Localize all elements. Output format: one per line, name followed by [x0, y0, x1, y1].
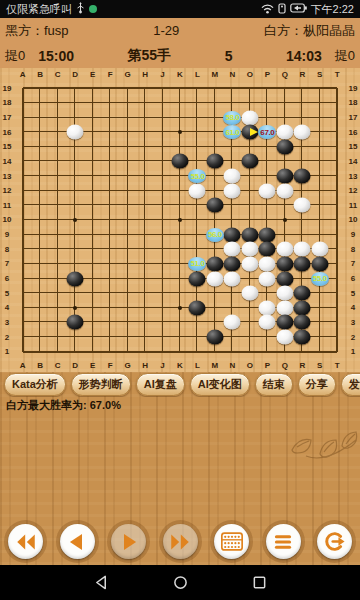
board-cell[interactable]	[119, 315, 136, 330]
board-cell[interactable]	[14, 257, 31, 272]
board-cell[interactable]	[101, 286, 118, 301]
board-cell[interactable]	[329, 242, 346, 257]
board-cell[interactable]	[206, 169, 223, 184]
board-cell[interactable]	[84, 227, 101, 242]
board-cell[interactable]	[154, 213, 171, 228]
board-cell[interactable]	[276, 198, 293, 213]
board-cell[interactable]	[311, 183, 328, 198]
board-cell[interactable]	[154, 330, 171, 345]
board-cell[interactable]	[66, 227, 83, 242]
board-cell[interactable]	[66, 315, 83, 330]
board-cell[interactable]	[49, 213, 66, 228]
board-cell[interactable]	[171, 213, 188, 228]
board-cell[interactable]	[171, 330, 188, 345]
board-cell[interactable]	[294, 110, 311, 125]
board-cell[interactable]	[31, 330, 48, 345]
board-cell[interactable]	[119, 169, 136, 184]
board-cell[interactable]	[276, 213, 293, 228]
board-cell[interactable]	[241, 213, 258, 228]
board-cell[interactable]	[49, 300, 66, 315]
board-cell[interactable]	[136, 110, 153, 125]
board-cell[interactable]	[294, 140, 311, 155]
board-cell[interactable]	[101, 183, 118, 198]
board-cell[interactable]	[154, 81, 171, 96]
board-cell[interactable]	[206, 271, 223, 286]
board-cell[interactable]	[224, 169, 241, 184]
board-cell[interactable]	[189, 213, 206, 228]
board-cell[interactable]	[329, 300, 346, 315]
board-cell[interactable]	[136, 213, 153, 228]
board-cell[interactable]	[119, 198, 136, 213]
board-cell[interactable]	[224, 81, 241, 96]
board-cell[interactable]	[329, 169, 346, 184]
board-cell[interactable]	[206, 81, 223, 96]
board-cell[interactable]	[101, 169, 118, 184]
board-cell[interactable]	[84, 198, 101, 213]
board-cell[interactable]	[154, 300, 171, 315]
board-cell[interactable]	[259, 154, 276, 169]
board-cell[interactable]	[84, 169, 101, 184]
board-cell[interactable]	[101, 271, 118, 286]
board-cell[interactable]	[294, 286, 311, 301]
board-cell[interactable]	[66, 242, 83, 257]
board-cell[interactable]	[311, 198, 328, 213]
board-cell[interactable]	[101, 154, 118, 169]
board-cell[interactable]	[66, 140, 83, 155]
board-cell[interactable]	[31, 96, 48, 111]
android-recents-button[interactable]	[252, 575, 267, 590]
board-cell[interactable]	[241, 110, 258, 125]
board-cell[interactable]	[224, 242, 241, 257]
board-cell[interactable]	[66, 96, 83, 111]
board-cell[interactable]	[259, 198, 276, 213]
board-cell[interactable]	[136, 154, 153, 169]
board-cell[interactable]	[189, 154, 206, 169]
board-cell[interactable]	[84, 96, 101, 111]
board-cell[interactable]	[206, 140, 223, 155]
board-cell[interactable]	[259, 300, 276, 315]
board-cell[interactable]	[189, 110, 206, 125]
board-cell[interactable]	[84, 140, 101, 155]
board-cell[interactable]	[154, 110, 171, 125]
board-cell[interactable]	[276, 110, 293, 125]
board-cell[interactable]	[189, 227, 206, 242]
board-cell[interactable]	[154, 140, 171, 155]
board-cell[interactable]	[224, 300, 241, 315]
board-cell[interactable]	[84, 242, 101, 257]
board-cell[interactable]	[189, 198, 206, 213]
board-cell[interactable]	[119, 183, 136, 198]
board-cell[interactable]	[224, 140, 241, 155]
board-cell[interactable]	[241, 96, 258, 111]
board-cell[interactable]	[101, 81, 118, 96]
board-cell[interactable]	[84, 81, 101, 96]
share-button[interactable]: 分享	[298, 373, 336, 396]
board-cell[interactable]	[171, 125, 188, 140]
board-cell[interactable]: 55.0	[189, 169, 206, 184]
board-cell[interactable]	[31, 344, 48, 359]
board-cell[interactable]	[241, 315, 258, 330]
board-cell[interactable]	[154, 183, 171, 198]
board-cell[interactable]	[84, 286, 101, 301]
board-cell[interactable]	[136, 242, 153, 257]
board-cell[interactable]	[136, 257, 153, 272]
fast-rewind-button[interactable]	[4, 520, 47, 563]
board-cell[interactable]	[49, 110, 66, 125]
board-cell[interactable]	[14, 242, 31, 257]
board-cell[interactable]	[14, 330, 31, 345]
board-cell[interactable]	[136, 96, 153, 111]
board-cell[interactable]	[224, 96, 241, 111]
board-cell[interactable]	[259, 96, 276, 111]
board-cell[interactable]	[31, 213, 48, 228]
board-cell[interactable]	[311, 96, 328, 111]
board-cell[interactable]	[276, 257, 293, 272]
board-cell[interactable]	[206, 110, 223, 125]
board-cell[interactable]	[31, 110, 48, 125]
board-cell[interactable]	[171, 286, 188, 301]
board-cell[interactable]	[154, 125, 171, 140]
board-cell[interactable]	[206, 286, 223, 301]
board-cell[interactable]	[136, 271, 153, 286]
board-cell[interactable]	[329, 183, 346, 198]
board-cell[interactable]	[224, 286, 241, 301]
board-cell[interactable]	[119, 96, 136, 111]
board-cell[interactable]	[224, 183, 241, 198]
board-cell[interactable]	[49, 198, 66, 213]
board-cell[interactable]	[49, 125, 66, 140]
board-cell[interactable]	[101, 110, 118, 125]
board-cell[interactable]	[66, 271, 83, 286]
board-cell[interactable]	[31, 81, 48, 96]
board-cell[interactable]	[66, 286, 83, 301]
board-cell[interactable]	[171, 154, 188, 169]
board-cell[interactable]	[66, 300, 83, 315]
board-cell[interactable]	[154, 96, 171, 111]
board-cell[interactable]	[276, 300, 293, 315]
board-cell[interactable]	[154, 257, 171, 272]
board-cell[interactable]	[259, 227, 276, 242]
board-cell[interactable]	[294, 183, 311, 198]
board-cell[interactable]	[119, 227, 136, 242]
board-cell[interactable]	[101, 96, 118, 111]
board-cell[interactable]	[206, 198, 223, 213]
board-cell[interactable]	[329, 257, 346, 272]
board-cell[interactable]	[329, 96, 346, 111]
board-cell[interactable]: 58.0	[224, 110, 241, 125]
board-cell[interactable]	[294, 344, 311, 359]
board-cell[interactable]	[259, 81, 276, 96]
board-cell[interactable]	[14, 198, 31, 213]
board-cell[interactable]	[31, 257, 48, 272]
board-cell[interactable]	[311, 154, 328, 169]
board-cell[interactable]	[311, 286, 328, 301]
board-cell[interactable]	[171, 271, 188, 286]
board-cell[interactable]	[311, 213, 328, 228]
board-cell[interactable]: 56.0	[206, 227, 223, 242]
android-back-button[interactable]	[94, 575, 109, 590]
board-cell[interactable]	[31, 286, 48, 301]
board-cell[interactable]	[206, 183, 223, 198]
board-cell[interactable]	[14, 125, 31, 140]
board-cell[interactable]	[259, 315, 276, 330]
board-cell[interactable]	[241, 271, 258, 286]
board-cell[interactable]	[206, 154, 223, 169]
board-cell[interactable]	[66, 183, 83, 198]
board-cell[interactable]	[84, 183, 101, 198]
board-cell[interactable]	[259, 286, 276, 301]
android-home-button[interactable]	[173, 575, 188, 590]
kata-analysis-button[interactable]: Kata分析	[4, 373, 66, 396]
board-cell[interactable]: 51.0	[189, 257, 206, 272]
board-cell[interactable]	[119, 81, 136, 96]
board-cell[interactable]	[329, 330, 346, 345]
board-cell[interactable]	[294, 198, 311, 213]
board-cell[interactable]	[294, 257, 311, 272]
board-cell[interactable]	[101, 330, 118, 345]
board-cell[interactable]	[136, 198, 153, 213]
board-cell[interactable]	[66, 169, 83, 184]
board-cell[interactable]	[31, 140, 48, 155]
board-cell[interactable]	[189, 81, 206, 96]
board-cell[interactable]	[189, 315, 206, 330]
board-cell[interactable]	[276, 344, 293, 359]
board-cell[interactable]	[311, 125, 328, 140]
board-cell[interactable]	[311, 81, 328, 96]
board-cell[interactable]	[136, 183, 153, 198]
board-cell[interactable]	[154, 169, 171, 184]
board-cell[interactable]	[136, 330, 153, 345]
board-cell[interactable]	[49, 96, 66, 111]
board-cell[interactable]	[311, 300, 328, 315]
board-cell[interactable]	[31, 315, 48, 330]
board-cell[interactable]	[14, 227, 31, 242]
board-cell[interactable]	[31, 227, 48, 242]
board-cell[interactable]	[154, 198, 171, 213]
board-cell[interactable]	[101, 213, 118, 228]
board-cell[interactable]	[329, 315, 346, 330]
board-cell[interactable]	[259, 242, 276, 257]
board-cell[interactable]	[101, 227, 118, 242]
board-cell[interactable]	[189, 242, 206, 257]
board-cell[interactable]	[189, 183, 206, 198]
ai-review-button[interactable]: AI复盘	[136, 373, 185, 396]
board-cell[interactable]	[154, 227, 171, 242]
board-cell[interactable]	[119, 344, 136, 359]
board-cell[interactable]	[241, 140, 258, 155]
board-cell[interactable]	[189, 140, 206, 155]
board-cell[interactable]	[294, 213, 311, 228]
exit-button[interactable]	[313, 520, 356, 563]
board-cell[interactable]	[49, 330, 66, 345]
board-cell[interactable]	[206, 344, 223, 359]
board-cell[interactable]	[259, 213, 276, 228]
board-cell[interactable]	[276, 271, 293, 286]
board-cell[interactable]: 61.0	[224, 125, 241, 140]
board-cell[interactable]	[241, 125, 258, 140]
board-cell[interactable]	[49, 169, 66, 184]
board-cell[interactable]	[276, 96, 293, 111]
board-cell[interactable]	[329, 125, 346, 140]
fast-forward-button[interactable]	[159, 520, 202, 563]
board-cell[interactable]	[329, 344, 346, 359]
board-cell[interactable]	[14, 110, 31, 125]
board-cell[interactable]	[49, 140, 66, 155]
board-cell[interactable]	[136, 125, 153, 140]
board-cell[interactable]	[241, 154, 258, 169]
board-cell[interactable]	[136, 286, 153, 301]
board-cell[interactable]	[49, 242, 66, 257]
board-cell[interactable]	[14, 140, 31, 155]
board-cell[interactable]	[84, 315, 101, 330]
board-cell[interactable]	[154, 154, 171, 169]
situation-judgment-button[interactable]: 形势判断	[71, 373, 131, 396]
board-cell[interactable]	[189, 330, 206, 345]
board-cell[interactable]	[189, 344, 206, 359]
board-cell[interactable]	[171, 140, 188, 155]
board-cell[interactable]	[189, 300, 206, 315]
board-cell[interactable]	[84, 344, 101, 359]
board-cell[interactable]	[206, 330, 223, 345]
board-cell[interactable]	[171, 183, 188, 198]
board-cell[interactable]	[14, 213, 31, 228]
board-cell[interactable]	[14, 344, 31, 359]
board-cell[interactable]	[329, 271, 346, 286]
board-cell[interactable]	[206, 213, 223, 228]
board-cell[interactable]	[171, 110, 188, 125]
board-cell[interactable]	[49, 227, 66, 242]
board-cell[interactable]	[241, 242, 258, 257]
board-cell[interactable]	[189, 125, 206, 140]
board-cell[interactable]	[294, 242, 311, 257]
board-cell[interactable]	[14, 154, 31, 169]
board-cell[interactable]	[206, 242, 223, 257]
board-cell[interactable]	[154, 344, 171, 359]
board-cell[interactable]	[136, 81, 153, 96]
board-cell[interactable]	[84, 257, 101, 272]
board-cell[interactable]	[101, 257, 118, 272]
board-cell[interactable]	[31, 300, 48, 315]
board-cell[interactable]	[241, 257, 258, 272]
board-cell[interactable]	[259, 110, 276, 125]
count-button[interactable]	[210, 520, 253, 563]
board-cell[interactable]	[66, 110, 83, 125]
board-cell[interactable]	[294, 169, 311, 184]
board-cell[interactable]	[101, 315, 118, 330]
board-cell[interactable]	[101, 242, 118, 257]
board-cell[interactable]	[136, 227, 153, 242]
ai-variation-button[interactable]: AI变化图	[190, 373, 250, 396]
board-cell[interactable]	[311, 110, 328, 125]
board-cell[interactable]	[136, 315, 153, 330]
board-cell[interactable]: 67.0	[259, 125, 276, 140]
board-cell[interactable]	[171, 227, 188, 242]
board-cell[interactable]	[119, 271, 136, 286]
board-cell[interactable]	[276, 242, 293, 257]
board-cell[interactable]	[49, 344, 66, 359]
board-cell[interactable]	[136, 300, 153, 315]
board-cell[interactable]	[84, 110, 101, 125]
board-cell[interactable]	[241, 169, 258, 184]
board-cell[interactable]	[241, 227, 258, 242]
board-cell[interactable]	[276, 81, 293, 96]
board-cell[interactable]	[14, 96, 31, 111]
board-cell[interactable]	[49, 183, 66, 198]
board-cell[interactable]	[84, 330, 101, 345]
board-cell[interactable]	[31, 125, 48, 140]
board-cell[interactable]	[101, 300, 118, 315]
board-cell[interactable]	[311, 140, 328, 155]
board-cell[interactable]	[224, 154, 241, 169]
board-cell[interactable]	[136, 140, 153, 155]
board-cell[interactable]	[206, 300, 223, 315]
board-cell[interactable]	[171, 198, 188, 213]
board-cell[interactable]	[294, 227, 311, 242]
board-cell[interactable]	[189, 271, 206, 286]
board-cell[interactable]	[294, 154, 311, 169]
board-cell[interactable]	[276, 125, 293, 140]
board-cell[interactable]	[241, 183, 258, 198]
board-cell[interactable]	[329, 110, 346, 125]
board-cell[interactable]	[259, 183, 276, 198]
board-cell[interactable]	[224, 227, 241, 242]
board-cell[interactable]	[206, 257, 223, 272]
board-cell[interactable]	[171, 257, 188, 272]
board-cell[interactable]	[84, 125, 101, 140]
board-cell[interactable]	[224, 271, 241, 286]
board-cell[interactable]	[276, 154, 293, 169]
board-cell[interactable]	[31, 183, 48, 198]
board-cell[interactable]	[66, 213, 83, 228]
board-cell[interactable]	[171, 96, 188, 111]
board-cell[interactable]	[189, 96, 206, 111]
board-cell[interactable]	[241, 81, 258, 96]
board-cell[interactable]: 55.0	[311, 271, 328, 286]
board-cell[interactable]	[241, 198, 258, 213]
board-cell[interactable]	[119, 330, 136, 345]
board-cell[interactable]	[224, 213, 241, 228]
board-cell[interactable]	[329, 198, 346, 213]
board-cell[interactable]	[171, 300, 188, 315]
send-message-button[interactable]: 发消息	[341, 373, 360, 396]
board-cell[interactable]	[119, 154, 136, 169]
board-cell[interactable]	[294, 125, 311, 140]
board-cell[interactable]	[329, 140, 346, 155]
board-cell[interactable]	[14, 271, 31, 286]
board-cell[interactable]	[66, 154, 83, 169]
board-cell[interactable]	[136, 344, 153, 359]
board-cell[interactable]	[31, 242, 48, 257]
board-cell[interactable]	[311, 242, 328, 257]
board-cell[interactable]	[259, 344, 276, 359]
board-cell[interactable]	[189, 286, 206, 301]
board-cell[interactable]	[84, 154, 101, 169]
board-cell[interactable]	[119, 140, 136, 155]
board-cell[interactable]	[119, 286, 136, 301]
board-cell[interactable]	[31, 271, 48, 286]
board-cell[interactable]	[276, 140, 293, 155]
board-cell[interactable]	[84, 300, 101, 315]
board-cell[interactable]	[241, 286, 258, 301]
board-cell[interactable]	[49, 271, 66, 286]
board-cell[interactable]	[49, 257, 66, 272]
board-cell[interactable]	[311, 169, 328, 184]
board-cell[interactable]	[119, 300, 136, 315]
board-cell[interactable]	[84, 271, 101, 286]
board-cell[interactable]	[154, 242, 171, 257]
board-cell[interactable]	[14, 286, 31, 301]
board-cell[interactable]	[14, 81, 31, 96]
